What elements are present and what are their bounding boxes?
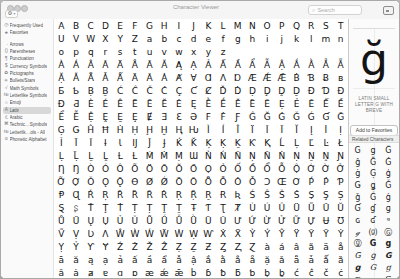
character-cell[interactable]: Â — [83, 59, 98, 72]
related-character-cell[interactable]: ĝ — [350, 157, 365, 169]
character-cell[interactable]: Ệ — [83, 111, 98, 124]
character-cell[interactable]: Ɗ — [319, 85, 334, 98]
character-cell[interactable]: ɐ — [98, 267, 113, 279]
character-cell[interactable]: b — [157, 33, 172, 46]
character-cell[interactable]: ć — [289, 267, 304, 279]
character-cell[interactable]: Ż — [127, 241, 142, 254]
character-cell[interactable]: Ș — [333, 189, 348, 202]
sidebar-item-latin[interactable]: ALatin — [3, 107, 51, 114]
character-cell[interactable]: Ǣ — [274, 72, 289, 85]
character-cell[interactable]: Ǫ — [98, 176, 113, 189]
character-cell[interactable]: Ộ — [289, 163, 304, 176]
character-cell[interactable]: d — [186, 33, 201, 46]
character-cell[interactable]: Ắ — [289, 59, 304, 72]
character-cell[interactable]: Ǽ — [260, 72, 275, 85]
character-cell[interactable]: Ŏ — [172, 163, 187, 176]
character-cell[interactable]: ȁ — [333, 254, 348, 267]
character-cell[interactable]: Ẇ — [172, 228, 187, 241]
character-cell[interactable]: Ō — [157, 163, 172, 176]
character-cell[interactable]: Ⱪ — [260, 137, 275, 150]
character-cell[interactable]: Ĵ — [142, 137, 157, 150]
character-cell[interactable]: R — [304, 20, 319, 33]
character-cell[interactable]: I — [172, 20, 187, 33]
character-cell[interactable]: Ẩ — [245, 59, 260, 72]
character-cell[interactable]: ǻ — [319, 254, 334, 267]
character-cell[interactable]: Õ — [127, 163, 142, 176]
character-cell[interactable]: Ǝ — [157, 111, 172, 124]
character-cell[interactable]: N — [245, 20, 260, 33]
character-cell[interactable]: Ũ — [304, 202, 319, 215]
character-cell[interactable]: È — [83, 98, 98, 111]
character-cell[interactable]: Ƅ — [69, 85, 84, 98]
related-character-cell[interactable]: ǵ — [381, 192, 396, 204]
character-cell[interactable]: Ḑ — [260, 85, 275, 98]
character-cell[interactable]: Ȃ — [142, 72, 157, 85]
character-cell[interactable]: Ĳ — [127, 137, 142, 150]
related-character-cell[interactable]: Ǥ — [350, 180, 365, 192]
character-cell[interactable]: Ɠ — [319, 111, 334, 124]
character-cell[interactable]: Ử — [274, 215, 289, 228]
character-cell[interactable]: Ả — [201, 59, 216, 72]
character-cell[interactable]: Ṙ — [157, 189, 172, 202]
character-cell[interactable]: L — [216, 20, 231, 33]
sidebar-item-math-symbols[interactable]: √Math Symbols — [3, 85, 51, 92]
character-cell[interactable]: Ṭ — [127, 202, 142, 215]
add-to-favorites-button[interactable]: Add to Favorites — [350, 125, 398, 136]
related-character-cell[interactable]: g — [365, 274, 380, 278]
character-cell[interactable]: Ṛ — [172, 189, 187, 202]
character-cell[interactable]: ầ — [142, 254, 157, 267]
character-cell[interactable]: Ȁ — [127, 72, 142, 85]
related-character-cell[interactable]: g — [381, 239, 396, 251]
character-cell[interactable]: Ẹ — [274, 98, 289, 111]
character-cell[interactable]: Ȕ — [201, 215, 216, 228]
character-cell[interactable]: s — [113, 46, 128, 59]
character-cell[interactable]: A — [54, 20, 69, 33]
character-cell[interactable]: Ľ — [304, 137, 319, 150]
character-cell[interactable]: Ẫ — [260, 59, 275, 72]
character-cell[interactable]: Ɒ — [230, 72, 245, 85]
zoom-window-button[interactable] — [21, 5, 28, 12]
character-cell[interactable]: Ể — [54, 111, 69, 124]
character-cell[interactable]: Ǩ — [186, 137, 201, 150]
character-cell[interactable]: Ƒ — [230, 111, 245, 124]
expand-panel-icon[interactable] — [383, 6, 394, 15]
sidebar-item-pictographs[interactable]: ✿Pictographs — [3, 70, 51, 77]
character-cell[interactable]: Ǧ — [289, 111, 304, 124]
character-cell[interactable]: ą — [83, 254, 98, 267]
character-cell[interactable]: Ʊ — [333, 215, 348, 228]
character-cell[interactable]: Ⱨ — [172, 124, 187, 137]
character-cell[interactable]: ɒ — [127, 267, 142, 279]
related-character-cell[interactable]: g — [381, 262, 396, 274]
character-cell[interactable]: ʙ — [333, 72, 348, 85]
character-cell[interactable]: Œ — [274, 176, 289, 189]
character-cell[interactable]: Z — [127, 33, 142, 46]
character-cell[interactable]: Ḷ — [54, 150, 69, 163]
character-cell[interactable]: Ů — [54, 215, 69, 228]
character-cell[interactable]: Ð — [333, 85, 348, 98]
character-cell[interactable]: Ď — [216, 85, 231, 98]
related-character-cell[interactable]: ǧ — [350, 192, 365, 204]
related-character-cell[interactable]: g — [365, 145, 380, 157]
character-cell[interactable]: Y — [113, 33, 128, 46]
related-character-cell[interactable]: ɠ — [365, 203, 380, 215]
character-cell[interactable]: Ļ — [289, 137, 304, 150]
character-cell[interactable]: Ɔ — [260, 176, 275, 189]
character-cell[interactable]: i — [260, 33, 275, 46]
character-cell[interactable]: Ở — [333, 163, 348, 176]
character-cell[interactable]: Ⱳ — [201, 228, 216, 241]
character-cell[interactable]: Ḗ — [216, 98, 231, 111]
character-cell[interactable]: ā — [54, 254, 69, 267]
character-cell[interactable]: Î — [230, 124, 245, 137]
character-cell[interactable]: Ḕ — [201, 98, 216, 111]
character-cell[interactable]: Ḍ — [245, 85, 260, 98]
character-cell[interactable]: Ə — [186, 111, 201, 124]
character-cell[interactable]: u — [142, 46, 157, 59]
character-cell[interactable]: Ę — [186, 98, 201, 111]
character-cell[interactable]: F — [201, 111, 216, 124]
character-cell[interactable]: x — [186, 46, 201, 59]
character-cell[interactable]: Ǒ — [83, 176, 98, 189]
character-cell[interactable]: Ø — [142, 176, 157, 189]
character-cell[interactable]: Ņ — [245, 150, 260, 163]
character-cell[interactable]: V — [69, 33, 84, 46]
character-cell[interactable]: Û — [274, 202, 289, 215]
character-cell[interactable]: Ḡ — [333, 111, 348, 124]
character-cell[interactable]: ậ — [186, 254, 201, 267]
character-cell[interactable]: Ằ — [304, 59, 319, 72]
character-cell[interactable]: ǎ — [274, 254, 289, 267]
character-cell[interactable]: Ƀ — [319, 72, 334, 85]
character-cell[interactable]: Ặ — [54, 72, 69, 85]
character-cell[interactable]: y — [201, 46, 216, 59]
character-cell[interactable]: ả — [113, 254, 128, 267]
character-cell[interactable]: Ỷ — [69, 241, 84, 254]
character-cell[interactable]: Ẏ — [333, 228, 348, 241]
character-cell[interactable]: Ḛ — [113, 111, 128, 124]
character-cell[interactable]: É — [98, 98, 113, 111]
character-cell[interactable]: Ý — [260, 228, 275, 241]
character-cell[interactable]: Ḹ — [69, 150, 84, 163]
character-cell[interactable]: Ɓ — [304, 72, 319, 85]
character-cell[interactable]: Ɫ — [127, 150, 142, 163]
character-cell[interactable]: Ụ — [98, 215, 113, 228]
character-cell[interactable]: Ữ — [289, 215, 304, 228]
character-cell[interactable]: Ơ — [289, 176, 304, 189]
character-cell[interactable]: Ɑ — [201, 72, 216, 85]
character-cell[interactable]: Ễ — [69, 111, 84, 124]
character-cell[interactable]: Ŝ — [260, 189, 275, 202]
related-character-cell[interactable]: G — [350, 250, 365, 262]
character-cell[interactable]: Ʈ — [216, 202, 231, 215]
character-cell[interactable]: Ţ — [98, 202, 113, 215]
character-cell[interactable]: Ź — [113, 241, 128, 254]
character-cell[interactable]: Ɏ — [98, 241, 113, 254]
character-cell[interactable]: Ȱ — [245, 176, 260, 189]
character-cell[interactable]: Ʂ — [69, 202, 84, 215]
character-cell[interactable]: Ɍ — [216, 189, 231, 202]
character-cell[interactable]: Ŧ — [186, 202, 201, 215]
character-cell[interactable]: Ṽ — [54, 228, 69, 241]
character-cell[interactable]: Ʌ — [216, 72, 231, 85]
character-cell[interactable]: Ɋ — [69, 189, 84, 202]
character-cell[interactable]: Ɯ — [186, 150, 201, 163]
character-cell[interactable]: č — [319, 267, 334, 279]
character-cell[interactable]: À — [54, 59, 69, 72]
character-cell[interactable]: æ — [142, 267, 157, 279]
character-cell[interactable]: ǣ — [172, 267, 187, 279]
character-cell[interactable]: Ẍ — [230, 228, 245, 241]
character-cell[interactable]: Į — [304, 124, 319, 137]
character-cell[interactable]: q — [83, 46, 98, 59]
character-cell[interactable]: Ħ — [98, 124, 113, 137]
character-cell[interactable]: Ɀ — [245, 241, 260, 254]
character-cell[interactable]: Ñ — [230, 150, 245, 163]
sidebar-item-arabic[interactable]: عArabic — [3, 114, 51, 121]
character-cell[interactable]: Š — [274, 189, 289, 202]
character-cell[interactable]: Ḵ — [230, 137, 245, 150]
character-cell[interactable]: Ủ — [113, 215, 128, 228]
character-cell[interactable]: Æ — [245, 72, 260, 85]
character-cell[interactable]: Ť — [83, 202, 98, 215]
character-cell[interactable]: Ě — [230, 98, 245, 111]
character-cell[interactable]: Ǥ — [69, 124, 84, 137]
character-cell[interactable]: Ṱ — [157, 202, 172, 215]
character-cell[interactable]: X — [98, 33, 113, 46]
character-cell[interactable]: Ƕ — [186, 124, 201, 137]
character-cell[interactable]: Ƭ — [201, 202, 216, 215]
character-cell[interactable]: ƅ — [245, 267, 260, 279]
sidebar-item-letterlike-symbols[interactable]: №Letterlike Symbols — [3, 92, 51, 99]
sidebar-item-letterlik-ols-all[interactable]: №Letterlik…ols - All — [3, 129, 51, 136]
character-cell[interactable]: Ḱ — [172, 137, 187, 150]
character-cell[interactable]: Ẁ — [127, 228, 142, 241]
character-cell[interactable]: ã — [304, 241, 319, 254]
related-character-cell[interactable]: ɡ — [381, 203, 396, 215]
character-cell[interactable]: Đ — [54, 98, 69, 111]
character-cell[interactable]: Ự — [304, 215, 319, 228]
character-cell[interactable]: Ⱥ — [172, 72, 187, 85]
character-cell[interactable]: ḅ — [260, 267, 275, 279]
character-cell[interactable]: Ỵ — [54, 241, 69, 254]
character-cell[interactable]: Ⱬ — [230, 241, 245, 254]
related-character-cell[interactable]: g — [350, 262, 365, 274]
character-cell[interactable]: Ȿ — [54, 202, 69, 215]
character-cell[interactable]: ɑ — [113, 267, 128, 279]
character-cell[interactable]: Ǹ — [201, 150, 216, 163]
character-cell[interactable]: Ḣ — [113, 124, 128, 137]
character-cell[interactable]: ặ — [260, 254, 275, 267]
character-cell[interactable]: Ǭ — [113, 176, 128, 189]
character-cell[interactable]: Ṕ — [304, 176, 319, 189]
character-cell[interactable]: â — [289, 241, 304, 254]
character-cell[interactable]: Ᵽ — [54, 189, 69, 202]
character-cell[interactable]: j — [274, 33, 289, 46]
character-cell[interactable]: Ỗ — [274, 163, 289, 176]
character-cell[interactable]: Ọ — [201, 163, 216, 176]
character-cell[interactable]: ḃ — [186, 267, 201, 279]
character-cell[interactable]: Ɖ — [304, 85, 319, 98]
character-cell[interactable]: Ŷ — [274, 228, 289, 241]
character-cell[interactable]: Ḙ — [98, 111, 113, 124]
character-cell[interactable]: Ƈ — [186, 85, 201, 98]
character-cell[interactable]: Ȋ — [83, 137, 98, 150]
character-cell[interactable]: Ṫ — [113, 202, 128, 215]
character-cell[interactable]: Ỳ — [245, 228, 260, 241]
sidebar-item-emoji[interactable]: ☺Emoji — [3, 99, 51, 106]
character-cell[interactable]: Ẃ — [142, 228, 157, 241]
character-cell[interactable]: Ǡ — [98, 72, 113, 85]
character-cell[interactable]: ằ — [216, 254, 231, 267]
character-cell[interactable]: Ế — [319, 98, 334, 111]
character-cell[interactable]: ǟ — [289, 254, 304, 267]
character-cell[interactable]: Ậ — [274, 59, 289, 72]
character-cell[interactable]: w — [172, 46, 187, 59]
character-cell[interactable]: Ồ — [245, 163, 260, 176]
character-cell[interactable]: ẳ — [230, 254, 245, 267]
character-cell[interactable]: Ĺ — [274, 137, 289, 150]
sidebar-item-technic-symbols[interactable]: ⌘Technic…Symbols — [3, 121, 51, 128]
search-input[interactable] — [317, 7, 358, 13]
character-cell[interactable]: Ứ — [245, 215, 260, 228]
character-cell[interactable]: Ȓ — [142, 189, 157, 202]
character-cell[interactable]: Ä — [113, 59, 128, 72]
character-cell[interactable]: Ė — [172, 98, 187, 111]
search-field[interactable]: ⌕ — [308, 5, 362, 15]
character-cell[interactable]: ĉ — [304, 267, 319, 279]
character-cell[interactable]: Ų — [83, 215, 98, 228]
character-cell[interactable]: Ḇ — [98, 85, 113, 98]
character-cell[interactable]: Ö — [142, 163, 157, 176]
related-character-cell[interactable]: Ɠ — [350, 203, 365, 215]
character-cell[interactable]: Ķ — [201, 137, 216, 150]
character-cell[interactable]: Ɇ — [142, 111, 157, 124]
character-cell[interactable]: ẩ — [157, 254, 172, 267]
related-character-cell[interactable]: G — [350, 274, 365, 278]
character-cell[interactable]: Å — [127, 59, 142, 72]
character-cell[interactable]: o — [54, 46, 69, 59]
character-cell[interactable]: B — [69, 20, 84, 33]
character-cell[interactable]: Ỉ — [54, 137, 69, 150]
character-cell[interactable]: ȧ — [69, 267, 84, 279]
sidebar-item-phonetic-alphabet[interactable]: ɑPhonetic Alphabet — [3, 136, 51, 143]
character-cell[interactable]: Ỡ — [54, 176, 69, 189]
character-cell[interactable]: Q — [289, 20, 304, 33]
character-cell[interactable]: Ó — [98, 163, 113, 176]
character-cell[interactable]: U — [54, 33, 69, 46]
character-cell[interactable]: Ĩ — [260, 124, 275, 137]
related-character-cell[interactable]: ɢ — [350, 215, 365, 227]
character-cell[interactable]: å — [333, 241, 348, 254]
character-cell[interactable]: Ɛ — [172, 111, 187, 124]
character-cell[interactable]: K — [201, 20, 216, 33]
character-cell[interactable]: Ȇ — [260, 98, 275, 111]
character-cell[interactable]: Ƚ — [113, 150, 128, 163]
character-cell[interactable]: Ɉ — [157, 137, 172, 150]
character-cell[interactable]: Ŵ — [113, 228, 128, 241]
related-character-cell[interactable]: ⒢ — [365, 227, 380, 239]
sidebar-item-parentheses[interactable]: ()Parentheses — [3, 48, 51, 55]
character-cell[interactable]: Ʀ — [230, 189, 245, 202]
character-cell[interactable]: W — [83, 33, 98, 46]
character-cell[interactable]: Ȍ — [172, 176, 187, 189]
related-character-cell[interactable]: G — [365, 262, 380, 274]
character-cell[interactable]: Ǿ — [157, 176, 172, 189]
character-cell[interactable]: G — [142, 20, 157, 33]
character-cell[interactable]: Ê — [113, 98, 128, 111]
character-cell[interactable]: Ƥ — [333, 176, 348, 189]
character-cell[interactable]: ắ — [201, 254, 216, 267]
character-cell[interactable]: Ċ — [157, 85, 172, 98]
character-cell[interactable]: Ú — [260, 202, 275, 215]
character-cell[interactable]: Ɨ — [98, 137, 113, 150]
character-cell[interactable]: Í — [216, 124, 231, 137]
character-cell[interactable]: ȃ — [54, 267, 69, 279]
character-cell[interactable]: Ṿ — [69, 228, 84, 241]
character-cell[interactable]: Ḫ — [157, 124, 172, 137]
related-character-cell[interactable]: ᵍ — [381, 215, 396, 227]
character-cell[interactable]: Ȑ — [127, 189, 142, 202]
character-cell[interactable]: Ɩ — [113, 137, 128, 150]
character-cell[interactable]: Ǖ — [142, 215, 157, 228]
related-character-cell[interactable]: g — [365, 250, 380, 262]
settings-gear-button[interactable]: ⚙ ▾ — [5, 10, 18, 18]
related-character-cell[interactable]: Ⓖ — [381, 227, 396, 239]
character-cell[interactable]: Ṉ — [304, 150, 319, 163]
character-cell[interactable]: Ƞ — [54, 163, 69, 176]
character-cell[interactable]: Ƌ — [69, 98, 84, 111]
sidebar-item-bullets-stars[interactable]: ✳Bullets/Stars — [3, 77, 51, 84]
character-cell[interactable]: p — [69, 46, 84, 59]
character-cell[interactable]: f — [216, 33, 231, 46]
character-cell[interactable]: Ṡ — [289, 189, 304, 202]
character-cell[interactable]: Ố — [230, 163, 245, 176]
character-cell[interactable]: g — [230, 33, 245, 46]
character-cell[interactable]: Ë — [127, 98, 142, 111]
character-cell[interactable]: Ẕ — [186, 241, 201, 254]
character-cell[interactable]: m — [319, 33, 334, 46]
character-cell[interactable]: Ḿ — [142, 150, 157, 163]
character-cell[interactable]: Ợ — [69, 176, 84, 189]
character-cell[interactable]: k — [289, 33, 304, 46]
character-cell[interactable]: Ǚ — [172, 215, 187, 228]
character-cell[interactable]: Ģ — [54, 124, 69, 137]
character-cell[interactable]: Ừ — [260, 215, 275, 228]
character-cell[interactable]: Ƴ — [83, 241, 98, 254]
character-cell[interactable]: Č — [142, 85, 157, 98]
character-cell[interactable]: Ẓ — [172, 241, 187, 254]
character-cell[interactable]: Ṣ — [304, 189, 319, 202]
character-cell[interactable]: İ — [319, 124, 334, 137]
character-cell[interactable]: ạ — [98, 254, 113, 267]
related-character-cell[interactable]: ʛ — [365, 215, 380, 227]
character-cell[interactable]: h — [245, 33, 260, 46]
character-cell[interactable]: Ŭ — [333, 202, 348, 215]
character-cell[interactable]: n — [333, 33, 348, 46]
character-cell[interactable]: a — [142, 33, 157, 46]
character-cell[interactable]: ɓ — [201, 267, 216, 279]
character-cell[interactable]: ǡ — [304, 254, 319, 267]
character-cell[interactable]: Ư — [230, 215, 245, 228]
character-cell[interactable]: D — [98, 20, 113, 33]
character-cell[interactable]: Ƶ — [201, 241, 216, 254]
character-cell[interactable]: Ǘ — [157, 215, 172, 228]
character-cell[interactable]: Ʋ — [83, 228, 98, 241]
character-cell[interactable]: Ẽ — [304, 98, 319, 111]
character-cell[interactable]: Ń — [216, 150, 231, 163]
